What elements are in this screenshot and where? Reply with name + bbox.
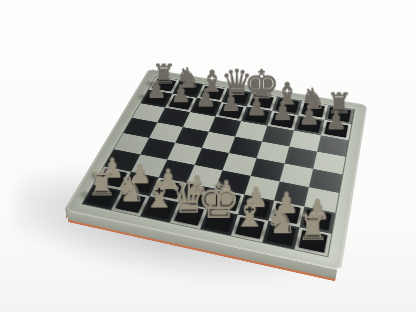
white-bishop-glyph: ♝ — [232, 194, 266, 232]
photo-canvas: ♜♞♝♛♚♝♞♜♟♟♟♟♟♟♟♟♟♟♟♟♟♟♟♟♜♞♝♛♚♝♞♜ — [0, 0, 416, 312]
slab-top-surface: ♜♞♝♛♚♝♞♜♟♟♟♟♟♟♟♟♟♟♟♟♟♟♟♟♜♞♝♛♚♝♞♜ — [64, 69, 367, 271]
black-pawn-glyph: ♟ — [170, 82, 191, 106]
white-rook-glyph: ♜ — [87, 168, 117, 201]
white-knight-glyph: ♞ — [265, 202, 298, 238]
piece-white-rook-h1: ♜ — [295, 227, 332, 256]
white-rook-glyph: ♜ — [297, 210, 329, 246]
chess-board-slab: ♜♞♝♛♚♝♞♜♟♟♟♟♟♟♟♟♟♟♟♟♟♟♟♟♜♞♝♛♚♝♞♜ — [64, 69, 367, 271]
black-pawn-glyph: ♟ — [298, 104, 320, 129]
white-knight-glyph: ♞ — [115, 172, 146, 207]
black-pawn-glyph: ♟ — [195, 86, 217, 110]
black-pawn-glyph: ♟ — [325, 108, 347, 133]
piece-black-pawn-g7: ♟ — [294, 115, 325, 135]
perspective-stage: ♜♞♝♛♚♝♞♜♟♟♟♟♟♟♟♟♟♟♟♟♟♟♟♟♜♞♝♛♚♝♞♜ — [0, 0, 416, 312]
black-pawn-glyph: ♟ — [220, 91, 242, 115]
piece-black-pawn-h7: ♟ — [321, 120, 351, 140]
black-pawn-glyph: ♟ — [246, 95, 268, 119]
black-pawn-glyph: ♟ — [146, 78, 167, 102]
piece-white-knight-g1: ♞ — [262, 221, 299, 249]
black-pawn-glyph: ♟ — [272, 99, 294, 124]
